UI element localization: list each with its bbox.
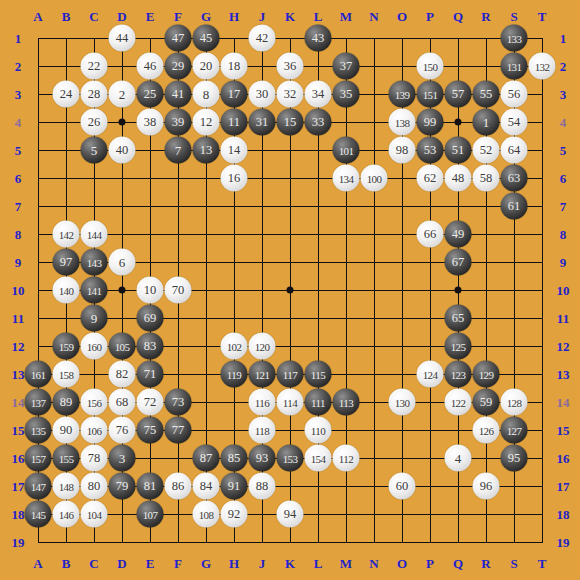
move-number: 22 [88, 59, 101, 74]
move-number: 132 [535, 60, 550, 72]
move-number: 7 [175, 142, 182, 158]
row-label-left: 16 [12, 452, 25, 465]
row-label-right: 13 [557, 368, 570, 381]
stone-b14-move-89[interactable]: 89 [53, 389, 80, 416]
move-number: 69 [144, 311, 157, 326]
stone-d14-move-68[interactable]: 68 [109, 389, 136, 416]
move-number: 113 [339, 396, 353, 408]
stone-s15-move-127[interactable]: 127 [501, 417, 528, 444]
stone-o3-move-139[interactable]: 139 [389, 81, 416, 108]
stone-s5-move-64[interactable]: 64 [501, 137, 528, 164]
column-label-bottom: P [426, 557, 434, 570]
stone-c16-move-78[interactable]: 78 [81, 445, 108, 472]
move-number: 8 [203, 86, 210, 102]
stone-g1-move-45[interactable]: 45 [193, 25, 220, 52]
stone-m2-move-37[interactable]: 37 [333, 53, 360, 80]
stone-c18-move-104[interactable]: 104 [81, 501, 108, 528]
stone-f3-move-41[interactable]: 41 [165, 81, 192, 108]
move-number: 63 [508, 171, 521, 186]
move-number: 108 [199, 508, 214, 520]
column-label-bottom: L [314, 557, 323, 570]
stone-k13-move-117[interactable]: 117 [277, 361, 304, 388]
stone-c4-move-26[interactable]: 26 [81, 109, 108, 136]
move-number: 38 [144, 115, 157, 130]
move-number: 160 [87, 340, 102, 352]
column-label-bottom: F [174, 557, 182, 570]
stone-c9-move-143[interactable]: 143 [81, 249, 108, 276]
move-number: 83 [144, 339, 157, 354]
stone-g17-move-84[interactable]: 84 [193, 473, 220, 500]
move-number: 12 [200, 115, 213, 130]
move-number: 157 [31, 452, 46, 464]
move-number: 26 [88, 115, 101, 130]
stone-e18-move-107[interactable]: 107 [137, 501, 164, 528]
stone-r4-move-1[interactable]: 1 [473, 109, 500, 136]
column-label-bottom: B [62, 557, 71, 570]
stone-c12-move-160[interactable]: 160 [81, 333, 108, 360]
row-label-left: 19 [12, 536, 25, 549]
stone-h2-move-18[interactable]: 18 [221, 53, 248, 80]
stone-h13-move-119[interactable]: 119 [221, 361, 248, 388]
move-number: 135 [31, 424, 46, 436]
stone-c11-move-9[interactable]: 9 [81, 305, 108, 332]
star-point [287, 287, 294, 294]
move-number: 4 [455, 450, 462, 466]
column-label-bottom: Q [453, 557, 463, 570]
move-number: 62 [424, 171, 437, 186]
stone-e3-move-25[interactable]: 25 [137, 81, 164, 108]
column-label-top: G [201, 10, 211, 23]
move-number: 107 [143, 508, 158, 520]
stone-q16-move-4[interactable]: 4 [445, 445, 472, 472]
stone-j17-move-88[interactable]: 88 [249, 473, 276, 500]
stone-j3-move-30[interactable]: 30 [249, 81, 276, 108]
go-board[interactable]: AABBCCDDEEFFGGHHJJKKLLMMNNOOPPQQRRSSTT11… [0, 0, 580, 580]
stone-f14-move-73[interactable]: 73 [165, 389, 192, 416]
stone-o14-move-130[interactable]: 130 [389, 389, 416, 416]
stone-g18-move-108[interactable]: 108 [193, 501, 220, 528]
move-number: 33 [312, 115, 325, 130]
stone-c5-move-5[interactable]: 5 [81, 137, 108, 164]
move-number: 90 [60, 423, 73, 438]
stone-a15-move-135[interactable]: 135 [25, 417, 52, 444]
move-number: 29 [172, 59, 185, 74]
stone-e11-move-69[interactable]: 69 [137, 305, 164, 332]
move-number: 75 [144, 423, 157, 438]
stone-k18-move-94[interactable]: 94 [277, 501, 304, 528]
stone-d15-move-76[interactable]: 76 [109, 417, 136, 444]
stone-e4-move-38[interactable]: 38 [137, 109, 164, 136]
move-number: 14 [228, 143, 241, 158]
stone-m5-move-101[interactable]: 101 [333, 137, 360, 164]
move-number: 77 [172, 423, 185, 438]
move-number: 100 [367, 172, 382, 184]
stone-s3-move-56[interactable]: 56 [501, 81, 528, 108]
stone-k14-move-114[interactable]: 114 [277, 389, 304, 416]
stone-o17-move-60[interactable]: 60 [389, 473, 416, 500]
row-label-left: 10 [12, 284, 25, 297]
stone-o4-move-138[interactable]: 138 [389, 109, 416, 136]
stone-k2-move-36[interactable]: 36 [277, 53, 304, 80]
stone-b16-move-155[interactable]: 155 [53, 445, 80, 472]
stone-a14-move-137[interactable]: 137 [25, 389, 52, 416]
stone-b17-move-148[interactable]: 148 [53, 473, 80, 500]
row-label-left: 2 [15, 60, 22, 73]
stone-c8-move-144[interactable]: 144 [81, 221, 108, 248]
stone-e12-move-83[interactable]: 83 [137, 333, 164, 360]
stone-p4-move-99[interactable]: 99 [417, 109, 444, 136]
move-number: 117 [283, 368, 297, 380]
stone-q3-move-57[interactable]: 57 [445, 81, 472, 108]
star-point [119, 287, 126, 294]
stone-r15-move-126[interactable]: 126 [473, 417, 500, 444]
row-label-left: 4 [15, 116, 22, 129]
stone-m16-move-112[interactable]: 112 [333, 445, 360, 472]
stone-r17-move-96[interactable]: 96 [473, 473, 500, 500]
stone-q9-move-67[interactable]: 67 [445, 249, 472, 276]
stone-c2-move-22[interactable]: 22 [81, 53, 108, 80]
stone-j14-move-116[interactable]: 116 [249, 389, 276, 416]
stone-j15-move-118[interactable]: 118 [249, 417, 276, 444]
column-label-top: R [481, 10, 490, 23]
move-number: 41 [172, 87, 185, 102]
move-number: 139 [395, 88, 410, 100]
stone-h16-move-85[interactable]: 85 [221, 445, 248, 472]
stone-s4-move-54[interactable]: 54 [501, 109, 528, 136]
move-number: 73 [172, 395, 185, 410]
column-label-bottom: C [89, 557, 98, 570]
column-label-bottom: G [201, 557, 211, 570]
column-label-top: D [117, 10, 126, 23]
stone-f10-move-70[interactable]: 70 [165, 277, 192, 304]
row-label-left: 13 [12, 368, 25, 381]
grid-line-horizontal [38, 542, 543, 543]
column-label-bottom: E [146, 557, 155, 570]
stone-m3-move-35[interactable]: 35 [333, 81, 360, 108]
stone-p6-move-62[interactable]: 62 [417, 165, 444, 192]
stone-e2-move-46[interactable]: 46 [137, 53, 164, 80]
stone-f2-move-29[interactable]: 29 [165, 53, 192, 80]
stone-h17-move-91[interactable]: 91 [221, 473, 248, 500]
stone-r5-move-52[interactable]: 52 [473, 137, 500, 164]
move-number: 110 [311, 424, 325, 436]
move-number: 35 [340, 87, 353, 102]
stone-f17-move-86[interactable]: 86 [165, 473, 192, 500]
stone-r3-move-55[interactable]: 55 [473, 81, 500, 108]
stone-f1-move-47[interactable]: 47 [165, 25, 192, 52]
move-number: 52 [480, 143, 493, 158]
move-number: 40 [116, 143, 129, 158]
row-label-right: 4 [560, 116, 567, 129]
stone-r6-move-58[interactable]: 58 [473, 165, 500, 192]
stone-g5-move-13[interactable]: 13 [193, 137, 220, 164]
stone-k3-move-32[interactable]: 32 [277, 81, 304, 108]
move-number: 30 [256, 87, 269, 102]
stone-t2-move-132[interactable]: 132 [529, 53, 556, 80]
move-number: 55 [480, 87, 493, 102]
move-number: 98 [396, 143, 409, 158]
stone-f5-move-7[interactable]: 7 [165, 137, 192, 164]
move-number: 156 [87, 396, 102, 408]
move-number: 130 [395, 396, 410, 408]
column-label-bottom: A [33, 557, 42, 570]
move-number: 120 [255, 340, 270, 352]
stone-q12-move-125[interactable]: 125 [445, 333, 472, 360]
move-number: 51 [452, 143, 465, 158]
stone-k16-move-153[interactable]: 153 [277, 445, 304, 472]
move-number: 115 [311, 368, 325, 380]
move-number: 124 [423, 368, 438, 380]
move-number: 158 [59, 368, 74, 380]
row-label-right: 9 [560, 256, 567, 269]
move-number: 95 [508, 451, 521, 466]
stone-l15-move-110[interactable]: 110 [305, 417, 332, 444]
stone-a17-move-147[interactable]: 147 [25, 473, 52, 500]
move-number: 47 [172, 31, 185, 46]
move-number: 31 [256, 115, 269, 130]
move-number: 84 [200, 479, 213, 494]
move-number: 118 [255, 424, 269, 436]
row-label-right: 2 [560, 60, 567, 73]
stone-h4-move-11[interactable]: 11 [221, 109, 248, 136]
stone-j1-move-42[interactable]: 42 [249, 25, 276, 52]
stone-d13-move-82[interactable]: 82 [109, 361, 136, 388]
row-label-left: 7 [15, 200, 22, 213]
stone-j12-move-120[interactable]: 120 [249, 333, 276, 360]
stone-p8-move-66[interactable]: 66 [417, 221, 444, 248]
stone-b18-move-146[interactable]: 146 [53, 501, 80, 528]
stone-q14-move-122[interactable]: 122 [445, 389, 472, 416]
stone-s14-move-128[interactable]: 128 [501, 389, 528, 416]
move-number: 154 [311, 452, 326, 464]
move-number: 137 [31, 396, 46, 408]
row-label-left: 1 [15, 32, 22, 45]
column-label-bottom: H [229, 557, 239, 570]
stone-d3-move-2[interactable]: 2 [109, 81, 136, 108]
stone-c10-move-141[interactable]: 141 [81, 277, 108, 304]
move-number: 60 [396, 479, 409, 494]
column-label-top: B [62, 10, 71, 23]
move-number: 143 [87, 256, 102, 268]
stone-d17-move-79[interactable]: 79 [109, 473, 136, 500]
move-number: 20 [200, 59, 213, 74]
stone-o5-move-98[interactable]: 98 [389, 137, 416, 164]
stone-h12-move-102[interactable]: 102 [221, 333, 248, 360]
move-number: 151 [423, 88, 438, 100]
move-number: 54 [508, 115, 521, 130]
move-number: 133 [507, 32, 522, 44]
stone-q8-move-49[interactable]: 49 [445, 221, 472, 248]
stone-q13-move-123[interactable]: 123 [445, 361, 472, 388]
stone-p2-move-150[interactable]: 150 [417, 53, 444, 80]
move-number: 82 [116, 367, 129, 382]
row-label-left: 9 [15, 256, 22, 269]
move-number: 101 [339, 144, 354, 156]
stone-b15-move-90[interactable]: 90 [53, 417, 80, 444]
move-number: 146 [59, 508, 74, 520]
move-number: 99 [424, 115, 437, 130]
stone-q11-move-65[interactable]: 65 [445, 305, 472, 332]
stone-h18-move-92[interactable]: 92 [221, 501, 248, 528]
stone-s2-move-131[interactable]: 131 [501, 53, 528, 80]
stone-a13-move-161[interactable]: 161 [25, 361, 52, 388]
stone-p5-move-53[interactable]: 53 [417, 137, 444, 164]
move-number: 147 [31, 480, 46, 492]
stone-l1-move-43[interactable]: 43 [305, 25, 332, 52]
stone-d16-move-3[interactable]: 3 [109, 445, 136, 472]
stone-b12-move-159[interactable]: 159 [53, 333, 80, 360]
column-label-top: A [33, 10, 42, 23]
move-number: 92 [228, 507, 241, 522]
stone-e10-move-10[interactable]: 10 [137, 277, 164, 304]
move-number: 78 [88, 451, 101, 466]
stone-g4-move-12[interactable]: 12 [193, 109, 220, 136]
move-number: 122 [451, 396, 466, 408]
column-label-top: P [426, 10, 434, 23]
stone-m6-move-134[interactable]: 134 [333, 165, 360, 192]
stone-j4-move-31[interactable]: 31 [249, 109, 276, 136]
stone-d9-move-6[interactable]: 6 [109, 249, 136, 276]
move-number: 114 [283, 396, 297, 408]
grid-line-vertical [374, 38, 375, 543]
column-label-bottom: M [340, 557, 352, 570]
move-number: 116 [255, 396, 269, 408]
stone-q5-move-51[interactable]: 51 [445, 137, 472, 164]
stone-d1-move-44[interactable]: 44 [109, 25, 136, 52]
move-number: 6 [119, 254, 126, 270]
move-number: 81 [144, 479, 157, 494]
stone-f4-move-39[interactable]: 39 [165, 109, 192, 136]
stone-e15-move-75[interactable]: 75 [137, 417, 164, 444]
move-number: 39 [172, 115, 185, 130]
stone-b10-move-140[interactable]: 140 [53, 277, 80, 304]
stone-h5-move-14[interactable]: 14 [221, 137, 248, 164]
stone-j13-move-121[interactable]: 121 [249, 361, 276, 388]
stone-q6-move-48[interactable]: 48 [445, 165, 472, 192]
stone-g16-move-87[interactable]: 87 [193, 445, 220, 472]
row-label-right: 19 [557, 536, 570, 549]
stone-s16-move-95[interactable]: 95 [501, 445, 528, 472]
move-number: 94 [284, 507, 297, 522]
move-number: 85 [228, 451, 241, 466]
move-number: 128 [507, 396, 522, 408]
stone-b8-move-142[interactable]: 142 [53, 221, 80, 248]
stone-s7-move-61[interactable]: 61 [501, 193, 528, 220]
move-number: 93 [256, 451, 269, 466]
move-number: 34 [312, 87, 325, 102]
move-number: 80 [88, 479, 101, 494]
move-number: 67 [452, 255, 465, 270]
stone-l14-move-111[interactable]: 111 [305, 389, 332, 416]
move-number: 159 [59, 340, 74, 352]
move-number: 37 [340, 59, 353, 74]
stone-g2-move-20[interactable]: 20 [193, 53, 220, 80]
stone-c15-move-106[interactable]: 106 [81, 417, 108, 444]
stone-d5-move-40[interactable]: 40 [109, 137, 136, 164]
stone-e13-move-71[interactable]: 71 [137, 361, 164, 388]
stone-r13-move-129[interactable]: 129 [473, 361, 500, 388]
stone-e14-move-72[interactable]: 72 [137, 389, 164, 416]
column-label-bottom: J [259, 557, 266, 570]
column-label-bottom: N [369, 557, 378, 570]
stone-c14-move-156[interactable]: 156 [81, 389, 108, 416]
stone-b13-move-158[interactable]: 158 [53, 361, 80, 388]
stone-b9-move-97[interactable]: 97 [53, 249, 80, 276]
move-number: 5 [91, 142, 98, 158]
row-label-right: 11 [557, 312, 569, 325]
stone-d12-move-105[interactable]: 105 [109, 333, 136, 360]
move-number: 59 [480, 395, 493, 410]
column-label-top: O [397, 10, 407, 23]
stone-p3-move-151[interactable]: 151 [417, 81, 444, 108]
stone-l3-move-34[interactable]: 34 [305, 81, 332, 108]
move-number: 57 [452, 87, 465, 102]
row-label-right: 18 [557, 508, 570, 521]
stone-a18-move-145[interactable]: 145 [25, 501, 52, 528]
move-number: 129 [479, 368, 494, 380]
move-number: 65 [452, 311, 465, 326]
column-label-bottom: R [481, 557, 490, 570]
move-number: 53 [424, 143, 437, 158]
stone-h3-move-17[interactable]: 17 [221, 81, 248, 108]
stone-c3-move-28[interactable]: 28 [81, 81, 108, 108]
column-label-top: N [369, 10, 378, 23]
stone-l16-move-154[interactable]: 154 [305, 445, 332, 472]
column-label-top: S [510, 10, 517, 23]
move-number: 11 [228, 115, 240, 130]
row-label-right: 6 [560, 172, 567, 185]
stone-l13-move-115[interactable]: 115 [305, 361, 332, 388]
stone-k4-move-15[interactable]: 15 [277, 109, 304, 136]
stone-l4-move-33[interactable]: 33 [305, 109, 332, 136]
move-number: 18 [228, 59, 241, 74]
row-label-right: 17 [557, 480, 570, 493]
move-number: 131 [507, 60, 522, 72]
stone-s1-move-133[interactable]: 133 [501, 25, 528, 52]
stone-b3-move-24[interactable]: 24 [53, 81, 80, 108]
stone-h6-move-16[interactable]: 16 [221, 165, 248, 192]
row-label-left: 8 [15, 228, 22, 241]
stone-c17-move-80[interactable]: 80 [81, 473, 108, 500]
move-number: 1 [483, 114, 490, 130]
row-label-right: 16 [557, 452, 570, 465]
move-number: 32 [284, 87, 297, 102]
stone-f15-move-77[interactable]: 77 [165, 417, 192, 444]
stone-a16-move-157[interactable]: 157 [25, 445, 52, 472]
stone-n6-move-100[interactable]: 100 [361, 165, 388, 192]
stone-g3-move-8[interactable]: 8 [193, 81, 220, 108]
column-label-bottom: S [510, 557, 517, 570]
stone-r14-move-59[interactable]: 59 [473, 389, 500, 416]
stone-e17-move-81[interactable]: 81 [137, 473, 164, 500]
move-number: 44 [116, 31, 129, 46]
stone-s6-move-63[interactable]: 63 [501, 165, 528, 192]
move-number: 71 [144, 367, 157, 382]
move-number: 68 [116, 395, 129, 410]
row-label-right: 3 [560, 88, 567, 101]
move-number: 134 [339, 172, 354, 184]
move-number: 46 [144, 59, 157, 74]
stone-m14-move-113[interactable]: 113 [333, 389, 360, 416]
stone-p13-move-124[interactable]: 124 [417, 361, 444, 388]
row-label-left: 5 [15, 144, 22, 157]
move-number: 66 [424, 227, 437, 242]
move-number: 79 [116, 479, 129, 494]
column-label-bottom: O [397, 557, 407, 570]
stone-j16-move-93[interactable]: 93 [249, 445, 276, 472]
star-point [455, 287, 462, 294]
row-label-left: 17 [12, 480, 25, 493]
